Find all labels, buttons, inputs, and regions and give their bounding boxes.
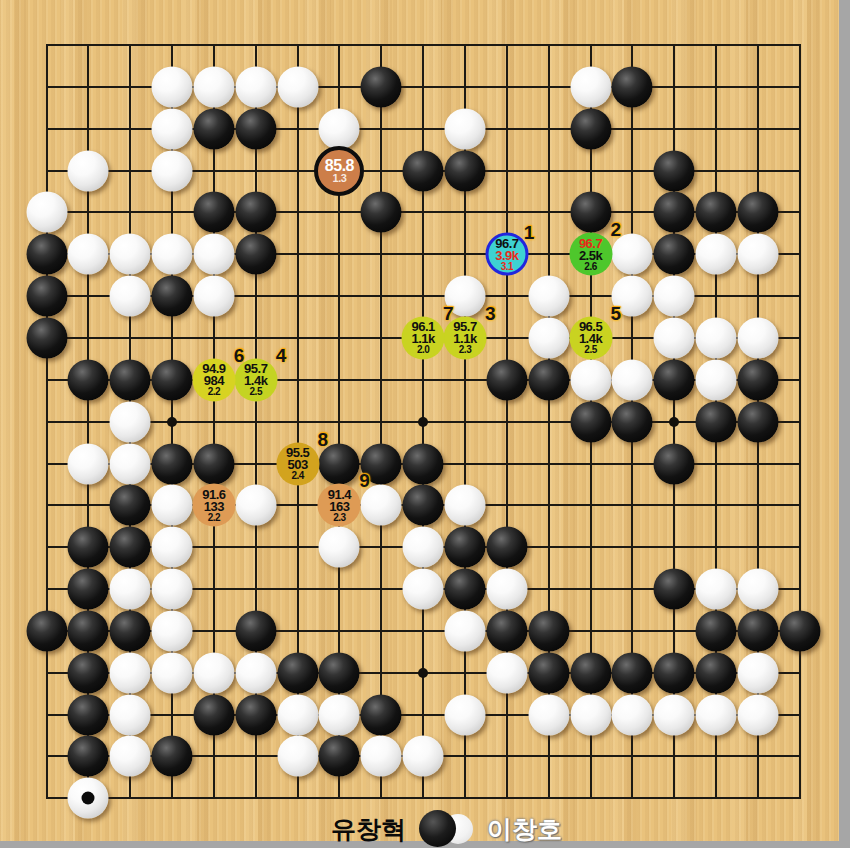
black-stone	[319, 652, 360, 693]
white-stone	[152, 610, 193, 651]
white-stone	[110, 694, 151, 735]
black-stone	[403, 485, 444, 526]
white-stone	[319, 527, 360, 568]
black-stone	[68, 359, 109, 400]
white-stone	[570, 66, 611, 107]
go-analysis-screen: 96.73.9k3.1196.72.5k2.6295.71.1k2.3395.7…	[0, 0, 850, 848]
white-stone	[235, 485, 276, 526]
suggestion-circle-7[interactable]: 96.11.1k2.07	[402, 316, 445, 359]
white-stone	[486, 569, 527, 610]
suggestion-value: 2.3	[333, 512, 345, 522]
black-stone	[486, 359, 527, 400]
star-point	[418, 668, 428, 678]
suggestion-value: 133	[204, 500, 224, 512]
white-stone	[737, 317, 778, 358]
white-stone	[737, 652, 778, 693]
black-stone	[779, 610, 820, 651]
white-stone	[654, 276, 695, 317]
white-stone	[445, 108, 486, 149]
suggestion-circle[interactable]: 91.61332.2	[192, 484, 235, 527]
black-stone	[612, 401, 653, 442]
white-stone	[403, 569, 444, 610]
white-stone	[110, 652, 151, 693]
black-stone	[654, 569, 695, 610]
white-stone	[361, 485, 402, 526]
white-stone	[235, 66, 276, 107]
black-stone-icon	[419, 810, 456, 847]
black-stone	[696, 192, 737, 233]
white-stone	[737, 234, 778, 275]
white-stone	[445, 610, 486, 651]
suggestion-rank-label: 5	[610, 303, 621, 322]
white-stone	[68, 234, 109, 275]
white-stone	[110, 443, 151, 484]
suggestion-value: 2.4	[291, 471, 303, 481]
white-stone	[152, 150, 193, 191]
white-stone	[110, 736, 151, 777]
suggestion-circle-9[interactable]: 91.41632.39	[318, 484, 361, 527]
black-stone	[68, 569, 109, 610]
white-stone	[445, 694, 486, 735]
suggestion-value: 1.4k	[579, 333, 602, 345]
black-stone	[26, 610, 67, 651]
black-player-name: 유창혁	[331, 813, 406, 846]
white-stone	[68, 443, 109, 484]
white-stone	[696, 359, 737, 400]
black-stone	[110, 485, 151, 526]
black-stone	[737, 610, 778, 651]
black-stone	[319, 443, 360, 484]
black-stone	[445, 569, 486, 610]
suggestion-rank-label: 6	[234, 345, 245, 364]
black-stone	[235, 694, 276, 735]
white-stone	[152, 66, 193, 107]
black-stone	[68, 694, 109, 735]
black-stone	[612, 652, 653, 693]
white-stone	[110, 276, 151, 317]
black-stone	[152, 736, 193, 777]
suggestion-value: 3.1	[501, 261, 513, 271]
board-grid-line	[46, 797, 801, 799]
white-player-name: 이창호	[487, 813, 562, 846]
black-stone	[403, 150, 444, 191]
black-stone	[403, 443, 444, 484]
black-stone	[737, 401, 778, 442]
suggestion-rank-label: 9	[359, 471, 370, 490]
white-stone	[319, 694, 360, 735]
black-stone	[152, 359, 193, 400]
black-stone	[235, 610, 276, 651]
suggestion-circle-2[interactable]: 96.72.5k2.62	[569, 233, 612, 276]
suggestion-value: 2.3	[459, 345, 471, 355]
suggestion-value: 2.5k	[579, 249, 602, 261]
suggestion-rank-label: 3	[485, 303, 496, 322]
suggestion-circle-5[interactable]: 96.51.4k2.55	[569, 316, 612, 359]
suggestion-value: 503	[287, 459, 307, 471]
black-stone	[570, 192, 611, 233]
black-stone	[737, 359, 778, 400]
white-stone	[486, 652, 527, 693]
player-bar: 유창혁 이창호	[331, 812, 562, 846]
star-point	[669, 417, 679, 427]
white-stone	[403, 736, 444, 777]
white-stone	[110, 401, 151, 442]
black-stone	[612, 66, 653, 107]
last-move-dot	[82, 792, 95, 805]
white-stone	[570, 694, 611, 735]
suggestion-value: 2.5	[250, 387, 262, 397]
black-stone	[528, 610, 569, 651]
white-stone	[68, 150, 109, 191]
white-stone	[528, 276, 569, 317]
white-stone	[612, 694, 653, 735]
star-point	[418, 417, 428, 427]
black-stone	[486, 527, 527, 568]
suggestion-value: 2.5	[584, 345, 596, 355]
white-stone	[654, 694, 695, 735]
black-stone	[361, 694, 402, 735]
white-stone	[570, 359, 611, 400]
white-stone	[152, 652, 193, 693]
board-grid-line	[799, 44, 801, 799]
suggestion-value: 2.0	[417, 345, 429, 355]
black-stone	[654, 652, 695, 693]
black-stone	[193, 108, 234, 149]
black-stone	[528, 652, 569, 693]
white-stone	[193, 234, 234, 275]
white-stone	[696, 694, 737, 735]
black-stone	[152, 276, 193, 317]
suggestion-value: 1.4k	[244, 375, 267, 387]
black-stone	[235, 234, 276, 275]
white-stone	[193, 652, 234, 693]
black-stone	[654, 150, 695, 191]
white-stone	[696, 569, 737, 610]
black-stone	[654, 443, 695, 484]
black-stone	[361, 192, 402, 233]
black-stone	[110, 527, 151, 568]
white-stone	[235, 652, 276, 693]
white-stone	[737, 569, 778, 610]
black-stone	[193, 443, 234, 484]
white-stone	[152, 527, 193, 568]
black-stone	[570, 108, 611, 149]
black-stone	[26, 234, 67, 275]
black-stone	[445, 527, 486, 568]
black-stone	[486, 610, 527, 651]
white-stone	[152, 485, 193, 526]
black-stone	[654, 359, 695, 400]
white-stone	[26, 192, 67, 233]
black-stone	[654, 192, 695, 233]
black-stone	[152, 443, 193, 484]
suggestion-rank-label: 8	[318, 429, 329, 448]
black-stone	[235, 108, 276, 149]
black-stone	[110, 610, 151, 651]
black-stone	[737, 192, 778, 233]
suggestion-rank-label: 1	[524, 223, 535, 242]
black-stone	[193, 192, 234, 233]
white-stone	[696, 234, 737, 275]
star-point	[167, 417, 177, 427]
white-stone	[152, 108, 193, 149]
white-stone	[277, 736, 318, 777]
suggestion-value: 163	[329, 500, 349, 512]
black-stone	[235, 192, 276, 233]
white-stone	[193, 276, 234, 317]
white-stone	[361, 736, 402, 777]
black-stone	[361, 66, 402, 107]
black-white-stones-icon	[419, 810, 474, 848]
white-stone	[403, 527, 444, 568]
white-stone	[193, 66, 234, 107]
suggestion-value: 2.2	[208, 387, 220, 397]
black-stone	[319, 736, 360, 777]
white-stone	[319, 108, 360, 149]
black-stone	[26, 276, 67, 317]
white-stone	[277, 694, 318, 735]
white-stone	[696, 317, 737, 358]
played-move-winrate: 85.8	[325, 158, 354, 173]
suggestion-rank-label: 4	[276, 345, 287, 364]
black-stone	[570, 401, 611, 442]
black-stone	[68, 527, 109, 568]
black-stone	[68, 736, 109, 777]
suggestion-rank-label: 7	[443, 303, 454, 322]
white-stone	[152, 569, 193, 610]
black-stone	[26, 317, 67, 358]
white-stone	[654, 317, 695, 358]
suggestion-value: 1.1k	[453, 333, 476, 345]
suggestion-value: 2.6	[584, 261, 596, 271]
white-stone	[612, 359, 653, 400]
white-stone	[528, 317, 569, 358]
black-stone	[445, 150, 486, 191]
black-stone	[570, 652, 611, 693]
white-stone	[612, 234, 653, 275]
black-stone	[110, 359, 151, 400]
white-stone	[277, 66, 318, 107]
suggestion-circle-6[interactable]: 94.99842.26	[192, 358, 235, 401]
black-stone	[528, 359, 569, 400]
white-stone	[528, 694, 569, 735]
white-stone	[737, 694, 778, 735]
black-stone	[68, 652, 109, 693]
white-stone	[152, 234, 193, 275]
suggestion-value: 984	[204, 375, 224, 387]
suggestion-circle-1[interactable]: 96.73.9k3.11	[485, 233, 528, 276]
black-stone	[193, 694, 234, 735]
white-stone	[110, 234, 151, 275]
suggestion-value: 2.2	[208, 512, 220, 522]
suggestion-value: 3.9k	[495, 249, 518, 261]
white-stone	[445, 485, 486, 526]
suggestion-rank-label: 2	[610, 220, 621, 239]
played-move-value: 1.3	[333, 173, 347, 184]
black-stone	[696, 610, 737, 651]
suggestion-circle-8[interactable]: 95.55032.48	[276, 442, 319, 485]
black-stone	[277, 652, 318, 693]
black-stone	[696, 652, 737, 693]
suggestion-value: 1.1k	[411, 333, 434, 345]
black-stone	[654, 234, 695, 275]
played-move-circle[interactable]: 85.81.3	[314, 146, 364, 196]
black-stone	[68, 610, 109, 651]
white-stone	[110, 569, 151, 610]
black-stone	[696, 401, 737, 442]
